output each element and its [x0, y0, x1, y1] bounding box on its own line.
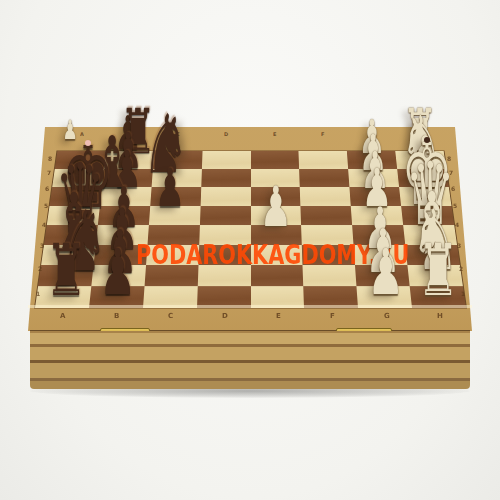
rim-mark-4: 4: [42, 221, 46, 228]
square-g5[interactable]: [201, 169, 251, 187]
rim-mark-E: E: [276, 312, 281, 320]
white-P-d4[interactable]: ♟: [258, 180, 294, 236]
rim-mark-7: 7: [47, 169, 51, 176]
black-P-e6[interactable]: ♟: [153, 161, 187, 214]
case-body: [30, 331, 470, 389]
white-R-a1[interactable]: ♜: [415, 235, 461, 306]
square-h5[interactable]: [202, 151, 251, 169]
square-h3[interactable]: [299, 151, 349, 169]
rim-mark-C: C: [168, 312, 173, 320]
rim-mark-1: 1: [461, 290, 465, 297]
chess-set-photo: ABCDEFGHABCDEFGH8765432187654321 ♜♞♝♚♛♝♞…: [0, 0, 500, 500]
white-P-a2[interactable]: ♟: [366, 242, 407, 306]
rim-mark-G: G: [384, 312, 390, 320]
rim-mark-1: 1: [36, 290, 40, 297]
rim-mark-B: B: [114, 312, 119, 320]
square-g3[interactable]: [299, 169, 349, 187]
rim-mark-E: E: [273, 131, 276, 137]
square-h4[interactable]: [251, 151, 300, 169]
rim-front-highlight: [28, 305, 472, 308]
rim-mark-5: 5: [44, 202, 48, 209]
black-P-a7[interactable]: ♟: [98, 242, 139, 306]
black-R-a8[interactable]: ♜: [43, 235, 89, 306]
square-f3[interactable]: [300, 187, 351, 206]
rim-mark-D: D: [222, 312, 228, 320]
rim-mark-A: A: [60, 312, 65, 320]
square-f5[interactable]: [200, 187, 250, 206]
rim-mark-F: F: [321, 131, 324, 137]
square-e5[interactable]: [200, 206, 251, 225]
rim-mark-H: H: [437, 312, 443, 320]
square-e3[interactable]: [301, 206, 353, 225]
rim-mark-F: F: [330, 312, 335, 320]
rim-mark-2: 2: [38, 265, 42, 272]
rim-mark-D: D: [224, 131, 228, 137]
